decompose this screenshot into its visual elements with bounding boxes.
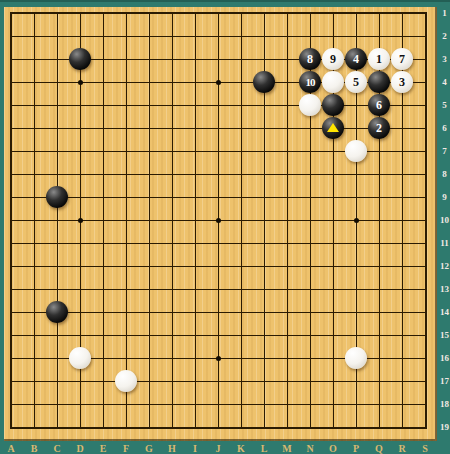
move-number: 7 [399, 52, 405, 66]
row-label-18: 18 [438, 399, 450, 409]
row-label-2: 2 [438, 31, 450, 41]
row-label-9: 9 [438, 192, 450, 202]
row-label-7: 7 [438, 146, 450, 156]
stone-white[interactable] [322, 71, 344, 93]
stone-black[interactable]: 2 [368, 117, 390, 139]
stone-white[interactable] [299, 94, 321, 116]
column-label-D: D [73, 443, 87, 454]
stone-white[interactable]: 9 [322, 48, 344, 70]
star-point [216, 356, 221, 361]
column-label-A: A [4, 443, 18, 454]
stone-black[interactable] [322, 94, 344, 116]
column-label-N: N [303, 443, 317, 454]
column-label-G: G [142, 443, 156, 454]
stone-black[interactable]: 8 [299, 48, 321, 70]
row-label-10: 10 [438, 215, 450, 225]
column-label-O: O [326, 443, 340, 454]
row-label-13: 13 [438, 284, 450, 294]
column-label-Q: Q [372, 443, 386, 454]
stone-white[interactable]: 1 [368, 48, 390, 70]
stone-black[interactable] [69, 48, 91, 70]
column-label-C: C [50, 443, 64, 454]
move-number: 2 [376, 121, 382, 135]
stone-black[interactable]: 6 [368, 94, 390, 116]
column-label-L: L [257, 443, 271, 454]
row-label-16: 16 [438, 353, 450, 363]
column-label-P: P [349, 443, 363, 454]
stone-black[interactable] [46, 301, 68, 323]
stone-black[interactable] [322, 117, 344, 139]
move-number: 5 [353, 75, 359, 89]
go-diagram-window: 89417105362ABCDEFGHIJKLMNOPQRS1234567891… [0, 0, 450, 454]
stone-white[interactable]: 3 [391, 71, 413, 93]
star-point [78, 80, 83, 85]
stone-black[interactable] [253, 71, 275, 93]
column-label-K: K [234, 443, 248, 454]
stone-white[interactable] [345, 347, 367, 369]
row-label-19: 19 [438, 422, 450, 432]
stone-black[interactable] [368, 71, 390, 93]
row-label-4: 4 [438, 77, 450, 87]
row-label-8: 8 [438, 169, 450, 179]
stone-white[interactable]: 7 [391, 48, 413, 70]
move-number: 4 [353, 52, 359, 66]
column-label-S: S [418, 443, 432, 454]
move-number: 6 [376, 98, 382, 112]
stone-black[interactable]: 4 [345, 48, 367, 70]
row-label-15: 15 [438, 330, 450, 340]
row-label-11: 11 [438, 238, 450, 248]
stone-white[interactable] [345, 140, 367, 162]
column-label-R: R [395, 443, 409, 454]
row-label-14: 14 [438, 307, 450, 317]
move-number: 10 [306, 76, 315, 88]
row-label-17: 17 [438, 376, 450, 386]
row-label-1: 1 [438, 8, 450, 18]
stone-black[interactable] [46, 186, 68, 208]
column-label-I: I [188, 443, 202, 454]
row-label-12: 12 [438, 261, 450, 271]
move-number: 9 [330, 52, 336, 66]
stone-white[interactable] [69, 347, 91, 369]
stone-white[interactable] [115, 370, 137, 392]
column-label-M: M [280, 443, 294, 454]
move-number: 1 [376, 52, 382, 66]
row-label-5: 5 [438, 100, 450, 110]
stone-white[interactable]: 5 [345, 71, 367, 93]
stone-black[interactable]: 10 [299, 71, 321, 93]
column-label-E: E [96, 443, 110, 454]
move-number: 3 [399, 75, 405, 89]
column-label-B: B [27, 443, 41, 454]
star-point [216, 218, 221, 223]
move-number: 8 [307, 52, 313, 66]
column-label-H: H [165, 443, 179, 454]
column-label-F: F [119, 443, 133, 454]
triangle-mark-icon [327, 123, 339, 132]
star-point [78, 218, 83, 223]
row-label-3: 3 [438, 54, 450, 64]
star-point [354, 218, 359, 223]
star-point [216, 80, 221, 85]
column-label-J: J [211, 443, 225, 454]
row-label-6: 6 [438, 123, 450, 133]
